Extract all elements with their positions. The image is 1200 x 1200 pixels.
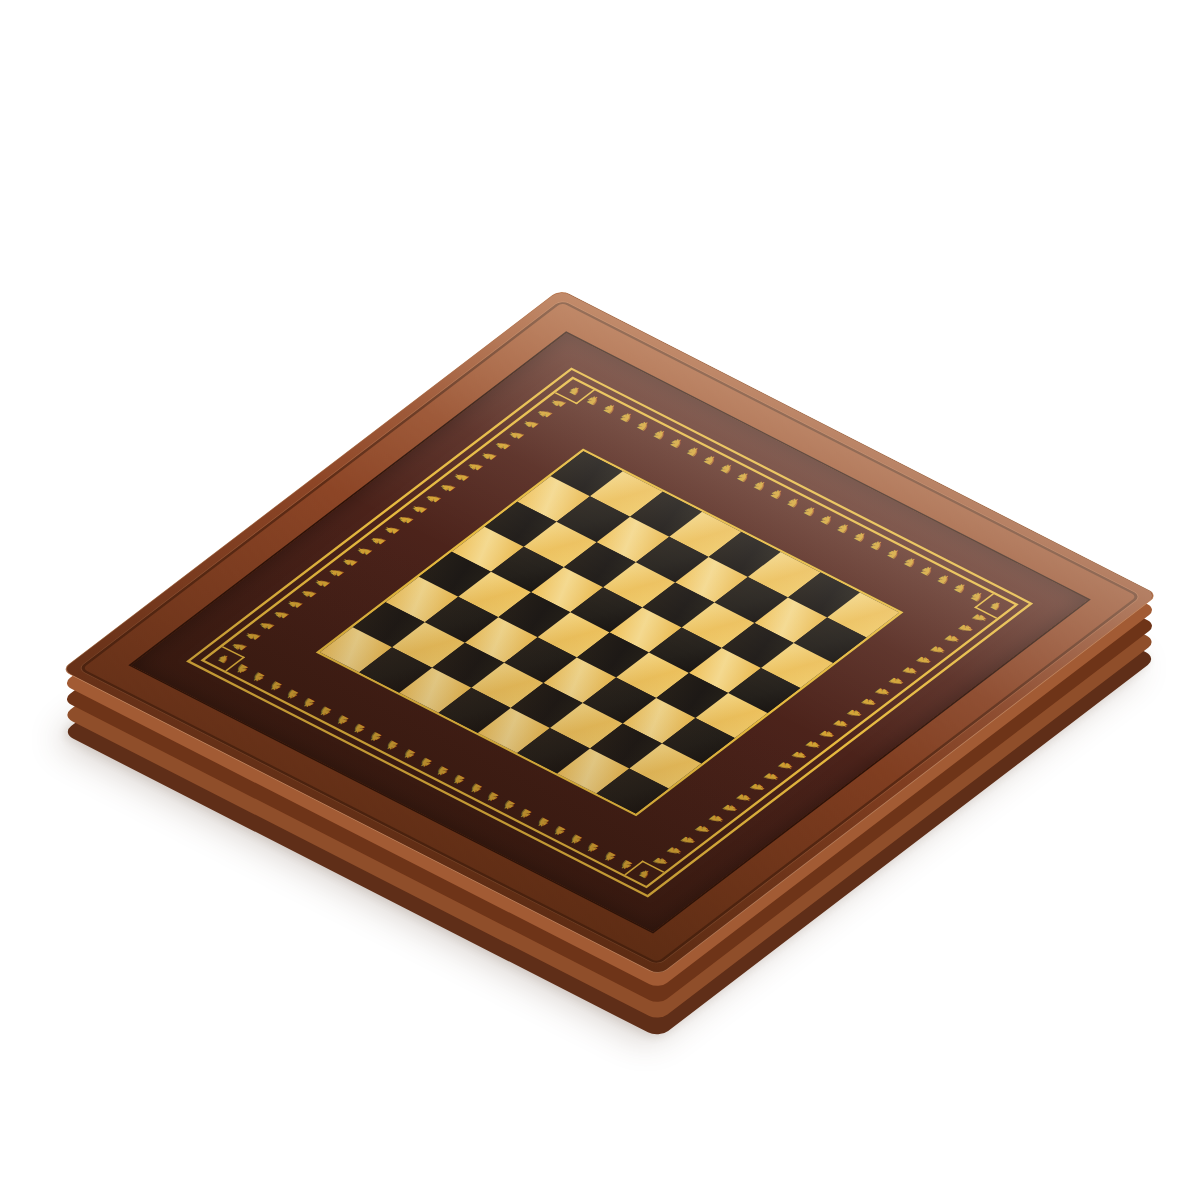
- knight-motif-icon: ♞: [913, 653, 936, 667]
- knight-motif-icon: ♞: [732, 470, 755, 485]
- maroon-border-field: ♞ ♞ ♞ ♞ ♞♞♞♞♞♞♞♞♞♞♞♞♞♞♞♞♞♞♞♞♞♞♞♞ ♞♞♞♞♞♞♞…: [128, 331, 1090, 933]
- knight-motif-icon: ♞: [799, 504, 822, 519]
- knight-motif-icon: ♞: [782, 495, 805, 510]
- knight-motif-icon: ♞: [940, 632, 963, 646]
- knight-motif-icon: ♞: [314, 704, 337, 719]
- knight-motif-icon: ♞: [478, 449, 501, 463]
- knight-motif-icon: ♞: [663, 844, 686, 858]
- knight-motif-icon: ♞: [533, 406, 556, 420]
- knight-motif-icon: ♞: [749, 478, 772, 493]
- knight-motif-icon: ♞: [648, 427, 671, 442]
- knight-motif-icon: ♞: [949, 581, 972, 596]
- knight-motif-icon: ♞: [682, 444, 705, 459]
- knight-motif-icon: ♞: [832, 521, 855, 536]
- knight-motif-icon: ♞: [450, 470, 473, 484]
- knight-motif-icon: ♞: [256, 618, 279, 632]
- knight-motif-icon: ♞: [347, 721, 370, 736]
- knight-motif-icon: ♞: [228, 639, 251, 653]
- knight-motif-icon: ♞: [297, 586, 320, 600]
- knight-motif-icon: ♞: [264, 678, 287, 693]
- knight-motif-icon: ♞: [932, 572, 955, 587]
- knight-motif-icon: ♞: [367, 533, 390, 547]
- knight-motif-icon: ♞: [916, 564, 939, 579]
- knight-motif-icon: ♞: [598, 402, 621, 417]
- knight-motif-icon: ♞: [353, 544, 376, 558]
- knight-motif-icon: ♞: [325, 565, 348, 579]
- knight-motif-icon: ♞: [765, 487, 788, 502]
- knight-motif-icon: ♞: [422, 491, 445, 505]
- knight-motif-icon: ♞: [871, 685, 894, 699]
- knight-motif-icon: ♞: [548, 823, 571, 838]
- knight-motif-icon: ♞: [865, 538, 888, 553]
- knight-motif-icon: ♞: [464, 459, 487, 473]
- knight-motif-icon: ♞: [311, 576, 334, 590]
- knight-motif-icon: ♞: [715, 461, 738, 476]
- knight-motif-icon: ♞: [464, 780, 487, 795]
- knight-motif-icon: ♞: [247, 670, 270, 685]
- knight-motif-icon: ♞: [885, 674, 908, 688]
- knight-motif-icon: ♞: [843, 706, 866, 720]
- knight-motif-icon: ♞: [665, 436, 688, 451]
- knight-motif-icon: ♞: [491, 438, 514, 452]
- knight-motif-icon: ♞: [436, 481, 459, 495]
- knight-motif-icon: ♞: [732, 791, 755, 805]
- knight-motif-icon: ♞: [829, 717, 852, 731]
- knight-motif-icon: ♞: [514, 806, 537, 821]
- knight-motif-icon: ♞: [649, 854, 672, 868]
- knight-motif-icon: ♞: [397, 746, 420, 761]
- knight-motif-icon: ♞: [849, 529, 872, 544]
- knight-motif-icon: ♞: [718, 802, 741, 816]
- knight-motif-icon: ♞: [364, 729, 387, 744]
- knight-motif-icon: ♞: [926, 643, 949, 657]
- knight-motif-icon: ♞: [381, 738, 404, 753]
- knight-motif-icon: ♞: [394, 512, 417, 526]
- knight-motif-icon: ♞: [564, 832, 587, 847]
- knight-motif-icon: ♞: [815, 727, 838, 741]
- knight-motif-icon: ♞: [986, 599, 1006, 612]
- product-photo-canvas: ♞ ♞ ♞ ♞ ♞♞♞♞♞♞♞♞♞♞♞♞♞♞♞♞♞♞♞♞♞♞♞♞ ♞♞♞♞♞♞♞…: [0, 0, 1200, 1200]
- knight-motif-icon: ♞: [746, 780, 769, 794]
- knight-motif-icon: ♞: [788, 749, 811, 763]
- knight-motif-icon: ♞: [431, 763, 454, 778]
- knight-motif-icon: ♞: [632, 419, 655, 434]
- knight-motif-icon: ♞: [802, 738, 825, 752]
- knight-motif-icon: ♞: [481, 789, 504, 804]
- board-top-face: ♞ ♞ ♞ ♞ ♞♞♞♞♞♞♞♞♞♞♞♞♞♞♞♞♞♞♞♞♞♞♞♞ ♞♞♞♞♞♞♞…: [61, 289, 1159, 976]
- knight-motif-icon: ♞: [281, 687, 304, 702]
- knight-motif-icon: ♞: [447, 772, 470, 787]
- knight-motif-icon: ♞: [691, 823, 714, 837]
- knight-motif-icon: ♞: [899, 555, 922, 570]
- knight-motif-icon: ♞: [547, 396, 570, 410]
- knight-motif-icon: ♞: [242, 629, 265, 643]
- knight-motif-icon: ♞: [213, 652, 233, 665]
- knight-motif-icon: ♞: [704, 812, 727, 826]
- knight-motif-icon: ♞: [408, 502, 431, 516]
- knight-motif-icon: ♞: [519, 417, 542, 431]
- knight-motif-icon: ♞: [899, 664, 922, 678]
- knight-motif-icon: ♞: [531, 815, 554, 830]
- knight-motif-icon: ♞: [283, 597, 306, 611]
- knight-motif-icon: ♞: [270, 608, 293, 622]
- knight-motif-icon: ♞: [414, 755, 437, 770]
- knight-motif-icon: ♞: [699, 453, 722, 468]
- knight-motif-icon: ♞: [615, 410, 638, 425]
- knight-motif-icon: ♞: [760, 770, 783, 784]
- knight-motif-icon: ♞: [774, 759, 797, 773]
- knight-motif-icon: ♞: [882, 547, 905, 562]
- knight-motif-icon: ♞: [968, 611, 991, 625]
- knight-motif-icon: ♞: [331, 712, 354, 727]
- knight-motif-icon: ♞: [954, 622, 977, 636]
- knight-motif-icon: ♞: [339, 555, 362, 569]
- knight-motif-icon: ♞: [581, 840, 604, 855]
- knight-motif-icon: ♞: [634, 867, 654, 880]
- knight-motif-icon: ♞: [677, 833, 700, 847]
- knight-motif-icon: ♞: [815, 512, 838, 527]
- knight-motif-icon: ♞: [498, 797, 521, 812]
- knight-motif-icon: ♞: [565, 384, 585, 397]
- knight-motif-icon: ♞: [857, 696, 880, 710]
- knight-motif-icon: ♞: [297, 695, 320, 710]
- knight-motif-icon: ♞: [230, 661, 253, 676]
- knight-motif-icon: ♞: [505, 428, 528, 442]
- knight-motif-icon: ♞: [380, 523, 403, 537]
- knight-motif-icon: ♞: [582, 393, 605, 408]
- knight-motif-icon: ♞: [598, 849, 621, 864]
